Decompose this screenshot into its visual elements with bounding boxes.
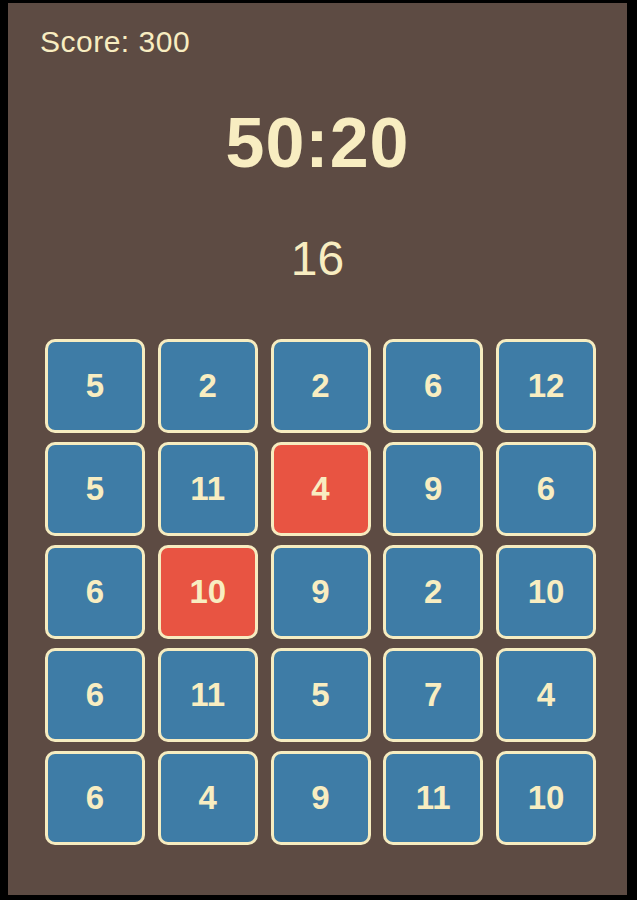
- tile-r1c3[interactable]: 2: [271, 339, 371, 433]
- tile-r4c1[interactable]: 6: [45, 648, 145, 742]
- tile-r4c3[interactable]: 5: [271, 648, 371, 742]
- tile-r5c4[interactable]: 11: [383, 751, 483, 845]
- tile-r3c5[interactable]: 10: [496, 545, 596, 639]
- tile-r2c2[interactable]: 11: [158, 442, 258, 536]
- tile-r5c2[interactable]: 4: [158, 751, 258, 845]
- tile-r1c4[interactable]: 6: [383, 339, 483, 433]
- tile-r4c5[interactable]: 4: [496, 648, 596, 742]
- tile-r2c1[interactable]: 5: [45, 442, 145, 536]
- tile-r5c3[interactable]: 9: [271, 751, 371, 845]
- screen-frame: Score: 300 50:20 16 52261251149661092106…: [0, 0, 637, 900]
- tile-r3c4[interactable]: 2: [383, 545, 483, 639]
- tile-r4c2[interactable]: 11: [158, 648, 258, 742]
- game-screen: Score: 300 50:20 16 52261251149661092106…: [8, 3, 627, 895]
- tile-r1c2[interactable]: 2: [158, 339, 258, 433]
- tile-r3c2[interactable]: 10: [158, 545, 258, 639]
- tile-r2c3[interactable]: 4: [271, 442, 371, 536]
- tile-r1c5[interactable]: 12: [496, 339, 596, 433]
- tile-r5c1[interactable]: 6: [45, 751, 145, 845]
- tile-r3c1[interactable]: 6: [45, 545, 145, 639]
- score-text: Score: 300: [40, 25, 190, 59]
- tile-r5c5[interactable]: 10: [496, 751, 596, 845]
- tile-r2c4[interactable]: 9: [383, 442, 483, 536]
- tile-grid: 52261251149661092106115746491110: [45, 339, 596, 845]
- tile-r3c3[interactable]: 9: [271, 545, 371, 639]
- target-number: 16: [8, 231, 627, 286]
- tile-r1c1[interactable]: 5: [45, 339, 145, 433]
- tile-r4c4[interactable]: 7: [383, 648, 483, 742]
- timer-display: 50:20: [8, 103, 627, 183]
- tile-r2c5[interactable]: 6: [496, 442, 596, 536]
